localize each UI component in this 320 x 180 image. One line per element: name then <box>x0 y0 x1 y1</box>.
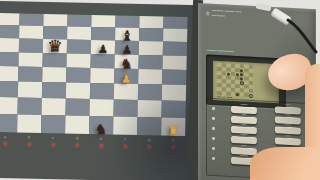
hand <box>250 147 320 180</box>
board-square <box>162 84 186 100</box>
board-square <box>89 98 113 115</box>
file-label: f <box>118 137 131 141</box>
board-square <box>66 98 90 115</box>
board-square <box>19 13 43 25</box>
board-square <box>17 114 41 132</box>
board-square <box>19 52 43 66</box>
file-label: a <box>0 135 12 139</box>
status-led <box>212 147 214 150</box>
board-square <box>67 14 91 26</box>
status-led <box>212 107 214 110</box>
board-square <box>162 69 186 84</box>
console-button-label: ▪▪▪▪▪▪▪ <box>237 154 250 157</box>
board-square <box>90 67 114 82</box>
rail-led <box>147 145 150 148</box>
board-square <box>19 25 43 38</box>
board-square <box>67 26 91 39</box>
board-square <box>0 25 19 38</box>
board-square <box>139 41 163 55</box>
status-led <box>212 137 214 140</box>
file-label: g <box>142 138 155 142</box>
board-square <box>138 68 162 83</box>
crown-logo-icon: ♔ <box>206 10 210 16</box>
board-square <box>18 66 42 81</box>
board-square <box>139 28 163 41</box>
board-square <box>65 115 89 133</box>
board-square <box>113 116 137 134</box>
lcd-piece-dot <box>226 72 229 75</box>
console-button-right-4[interactable]: ▪▪▪▪▪ <box>273 133 303 146</box>
lcd-caption: ▪▪▪▪▪▪ ▪▪▪▪▪▪▪▪▪▪▪▪ <box>207 49 247 54</box>
chess-piece-black-pawn[interactable]: ♟ <box>91 37 115 53</box>
board-square <box>0 51 19 65</box>
board-square <box>138 83 162 99</box>
board-square <box>0 65 19 80</box>
status-led <box>212 157 214 160</box>
board-square <box>139 16 163 28</box>
board-square <box>67 39 91 53</box>
board-square <box>0 38 19 52</box>
board-square <box>163 41 187 55</box>
board-square <box>43 14 67 26</box>
photo-scene: ♛♝♟♟♞♟♞♜ abcdefgh ♔ ▪▪▪▪▪▪▪▪ ▪▪▪▪▪▪▪ ▪▪▪… <box>0 0 320 180</box>
board-square <box>138 54 162 68</box>
rail-led <box>123 145 126 148</box>
brand-text-line2: ▪▪▪▪▪▪▪▪▪ <box>212 14 242 18</box>
rail-led <box>75 144 78 147</box>
file-label: d <box>70 136 83 140</box>
board-square <box>162 55 186 69</box>
board-square <box>90 82 114 98</box>
board-square <box>161 100 185 117</box>
lcd-piece-dot <box>235 93 238 96</box>
chess-piece-white-pawn[interactable]: ♟ <box>114 67 138 83</box>
file-label: c <box>46 136 59 140</box>
board-square <box>42 66 66 81</box>
chess-piece-black-knight[interactable]: ♞ <box>114 52 138 68</box>
chess-piece-black-knight[interactable]: ♞ <box>89 117 113 133</box>
board-square <box>66 82 90 98</box>
lcd-mini-board <box>217 63 253 97</box>
board-square <box>137 116 161 134</box>
lcd-piece-dot <box>240 73 243 76</box>
chess-piece-white-rook[interactable]: ♜ <box>161 119 185 135</box>
rail-led <box>171 146 174 149</box>
board-square <box>42 81 66 97</box>
file-label: b <box>22 135 35 139</box>
chess-board: ♛♝♟♟♞♟♞♜ abcdefgh <box>0 1 202 180</box>
board-square <box>137 99 161 116</box>
board-square <box>19 38 43 52</box>
board-square <box>18 97 42 114</box>
board-square <box>42 97 66 114</box>
board-squares: ♛♝♟♟♞♟♞♜ <box>0 13 188 136</box>
rail-led <box>99 144 102 147</box>
lcd-piece-dot <box>235 73 238 76</box>
board-square <box>0 113 18 131</box>
board-square <box>41 114 65 132</box>
lcd-piece-dot <box>240 81 244 85</box>
rail-led <box>27 143 30 146</box>
board-square <box>163 28 187 41</box>
lcd-piece-dot <box>249 93 253 97</box>
console-button-key[interactable] <box>275 137 301 145</box>
rail-led <box>51 143 54 146</box>
board-square <box>66 67 90 82</box>
board-square <box>163 16 187 28</box>
board-square <box>91 15 115 27</box>
board-square <box>18 81 42 97</box>
file-label: e <box>94 137 107 141</box>
board-square <box>0 13 20 25</box>
rail-led <box>3 142 6 145</box>
status-led <box>212 127 214 130</box>
brand-text-line1: ▪▪▪▪▪▪▪▪ ▪▪▪▪▪▪▪ ▪▪▪▪ <box>212 9 242 13</box>
lcd-piece-dot <box>240 69 243 72</box>
lcd-piece-dot <box>240 77 243 80</box>
board-square <box>67 53 91 67</box>
file-label: h <box>166 138 179 142</box>
board-square <box>113 99 137 116</box>
board-square <box>0 96 18 113</box>
chess-piece-black-queen[interactable]: ♛ <box>43 36 67 52</box>
board-square <box>0 80 18 96</box>
status-led <box>212 117 214 120</box>
